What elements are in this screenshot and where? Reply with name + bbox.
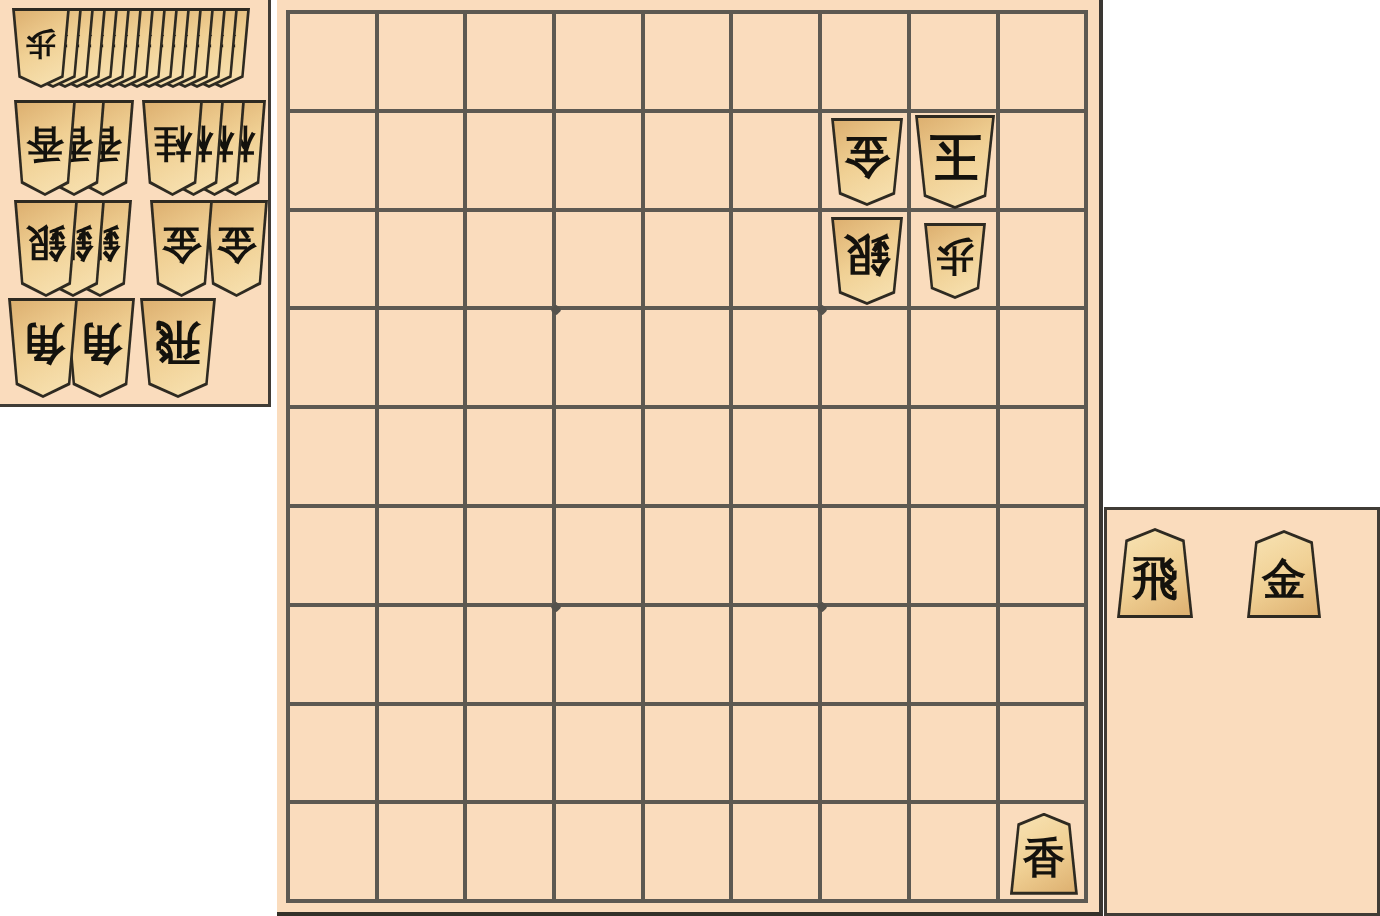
lance-kanji: 香: [1023, 828, 1065, 879]
square-2a[interactable]: [909, 12, 998, 111]
square-1g[interactable]: [998, 605, 1087, 704]
knight-piece-face: 桂: [145, 103, 200, 193]
square-4d[interactable]: [731, 308, 820, 407]
square-6c[interactable]: [554, 210, 643, 309]
square-9i[interactable]: [288, 802, 377, 901]
square-5a[interactable]: [643, 12, 732, 111]
square-5b[interactable]: [643, 111, 732, 210]
square-8f[interactable]: [377, 506, 466, 605]
square-7c[interactable]: [465, 210, 554, 309]
square-6h[interactable]: [554, 704, 643, 803]
gote-hand-lance-stack: 香香香: [14, 100, 134, 196]
square-9a[interactable]: [288, 12, 377, 111]
square-8b[interactable]: [377, 111, 466, 210]
shogi-piece-gote-pawn[interactable]: 歩: [12, 8, 70, 88]
king-piece-face: 玉: [918, 118, 992, 206]
bishop-piece-face: 角: [68, 301, 132, 395]
square-4a[interactable]: [731, 12, 820, 111]
square-3f[interactable]: [820, 506, 909, 605]
square-8i[interactable]: [377, 802, 466, 901]
square-6f[interactable]: [554, 506, 643, 605]
square-4f[interactable]: [731, 506, 820, 605]
lance-kanji: 香: [26, 125, 64, 171]
square-3i[interactable]: [820, 802, 909, 901]
square-6i[interactable]: [554, 802, 643, 901]
gote-hand-knight-stack: 桂桂桂桂: [142, 100, 266, 196]
square-5g[interactable]: [643, 605, 732, 704]
square-9e[interactable]: [288, 407, 377, 506]
square-1f[interactable]: [998, 506, 1087, 605]
square-6e[interactable]: [554, 407, 643, 506]
rook-kanji: 飛: [1132, 545, 1178, 601]
square-6g[interactable]: [554, 605, 643, 704]
square-5f[interactable]: [643, 506, 732, 605]
square-1d[interactable]: [998, 308, 1087, 407]
gote-hand-rook-stack: 飛: [140, 298, 216, 398]
square-7f[interactable]: [465, 506, 554, 605]
square-9h[interactable]: [288, 704, 377, 803]
gote-hand-gold-stack: 金金: [150, 200, 268, 297]
silver-piece-face: 銀: [834, 220, 900, 302]
shogi-piece-gote-pawn[interactable]: 歩: [924, 223, 986, 299]
gold-kanji: 金: [217, 225, 257, 273]
square-1c[interactable]: [998, 210, 1087, 309]
shogi-piece-gote-bishop[interactable]: 角: [8, 298, 78, 398]
gold-piece-face: 金: [153, 203, 210, 294]
square-1b[interactable]: [998, 111, 1087, 210]
square-8c[interactable]: [377, 210, 466, 309]
shogi-piece-gote-lance[interactable]: 香: [14, 100, 76, 196]
square-7d[interactable]: [465, 308, 554, 407]
lance-piece-face: 香: [17, 103, 73, 193]
square-2g[interactable]: [909, 605, 998, 704]
shogi-piece-gote-silver[interactable]: 銀: [14, 200, 78, 297]
gote-hand-silver-stack: 銀銀銀: [14, 200, 132, 297]
square-8d[interactable]: [377, 308, 466, 407]
square-8g[interactable]: [377, 605, 466, 704]
sente-hand-tray: 飛金: [1104, 507, 1380, 916]
bishop-kanji: 角: [78, 322, 122, 375]
square-9c[interactable]: [288, 210, 377, 309]
shogi-piece-gote-rook[interactable]: 飛: [140, 298, 216, 398]
square-3d[interactable]: [820, 308, 909, 407]
gold-piece-face: 金: [1250, 533, 1318, 615]
rook-kanji: 飛: [155, 320, 201, 376]
gote-hand-bishop-stack: 角角: [8, 298, 135, 398]
square-2f[interactable]: [909, 506, 998, 605]
gold-kanji: 金: [1262, 547, 1306, 601]
shogi-piece-sente-gold[interactable]: 金: [1247, 530, 1321, 618]
square-1a[interactable]: [998, 12, 1087, 111]
square-4h[interactable]: [731, 704, 820, 803]
square-6d[interactable]: [554, 308, 643, 407]
square-1e[interactable]: [998, 407, 1087, 506]
pawn-kanji: 歩: [936, 238, 974, 284]
square-2e[interactable]: [909, 407, 998, 506]
square-1h[interactable]: [998, 704, 1087, 803]
square-9g[interactable]: [288, 605, 377, 704]
square-3h[interactable]: [820, 704, 909, 803]
rook-piece-face: 飛: [143, 301, 213, 395]
square-4i[interactable]: [731, 802, 820, 901]
square-7e[interactable]: [465, 407, 554, 506]
king-kanji: 玉: [929, 131, 981, 193]
shogi-piece-gote-king[interactable]: 玉: [915, 115, 995, 209]
lance-piece-face: 香: [1013, 816, 1075, 892]
silver-piece-face: 銀: [17, 203, 75, 294]
gold-piece-face: 金: [208, 203, 265, 294]
rook-piece-face: 飛: [1120, 531, 1190, 615]
square-8e[interactable]: [377, 407, 466, 506]
square-8h[interactable]: [377, 704, 466, 803]
square-6b[interactable]: [554, 111, 643, 210]
square-2h[interactable]: [909, 704, 998, 803]
shogi-piece-sente-lance[interactable]: 香: [1010, 813, 1078, 895]
silver-kanji: 銀: [26, 224, 66, 272]
shogi-piece-gote-knight[interactable]: 桂: [142, 100, 203, 196]
knight-kanji: 桂: [154, 125, 192, 171]
gold-kanji: 金: [162, 225, 202, 273]
shogi-piece-sente-rook[interactable]: 飛: [1117, 528, 1193, 618]
square-7i[interactable]: [465, 802, 554, 901]
gote-hand-pawn-stack: 歩歩歩歩歩歩歩歩歩歩歩歩歩歩歩歩: [12, 8, 250, 88]
pawn-piece-face: 歩: [927, 226, 983, 296]
square-5c[interactable]: [643, 210, 732, 309]
square-5h[interactable]: [643, 704, 732, 803]
shogi-piece-gote-gold[interactable]: 金: [831, 118, 903, 206]
shogi-piece-gote-gold[interactable]: 金: [150, 200, 213, 297]
bishop-piece-face: 角: [11, 301, 75, 395]
square-3a[interactable]: [820, 12, 909, 111]
square-4g[interactable]: [731, 605, 820, 704]
square-2d[interactable]: [909, 308, 998, 407]
square-4c[interactable]: [731, 210, 820, 309]
square-6a[interactable]: [554, 12, 643, 111]
gold-piece-face: 金: [834, 121, 900, 203]
square-7b[interactable]: [465, 111, 554, 210]
gold-kanji: 金: [844, 135, 890, 190]
square-3g[interactable]: [820, 605, 909, 704]
pawn-kanji: 歩: [26, 29, 56, 66]
square-8a[interactable]: [377, 12, 466, 111]
pawn-piece-face: 歩: [15, 11, 67, 85]
square-5d[interactable]: [643, 308, 732, 407]
shogi-board-panel: 金玉銀歩香: [277, 0, 1103, 916]
shogi-piece-gote-gold[interactable]: 金: [205, 200, 268, 297]
shogi-piece-gote-silver[interactable]: 銀: [831, 217, 903, 305]
page: 歩歩歩歩歩歩歩歩歩歩歩歩歩歩歩歩香香香桂桂桂桂銀銀銀金金角角飛 金玉銀歩香 飛金: [0, 0, 1380, 916]
square-3e[interactable]: [820, 407, 909, 506]
square-7h[interactable]: [465, 704, 554, 803]
square-7g[interactable]: [465, 605, 554, 704]
gote-hand-tray: 歩歩歩歩歩歩歩歩歩歩歩歩歩歩歩歩香香香桂桂桂桂銀銀銀金金角角飛: [0, 0, 271, 407]
square-7a[interactable]: [465, 12, 554, 111]
square-2i[interactable]: [909, 802, 998, 901]
square-4e[interactable]: [731, 407, 820, 506]
square-4b[interactable]: [731, 111, 820, 210]
square-9f[interactable]: [288, 506, 377, 605]
square-5i[interactable]: [643, 802, 732, 901]
silver-kanji: 銀: [844, 233, 890, 288]
board-grid: 金玉銀歩香: [286, 10, 1088, 903]
square-9d[interactable]: [288, 308, 377, 407]
square-5e[interactable]: [643, 407, 732, 506]
bishop-kanji: 角: [21, 322, 65, 375]
square-9b[interactable]: [288, 111, 377, 210]
